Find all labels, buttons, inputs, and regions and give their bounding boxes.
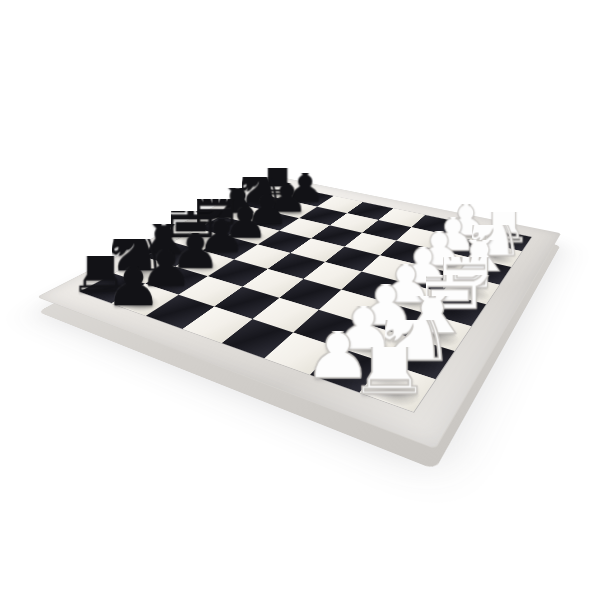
chess-board: ♜♟♟♜♞♟♟♞♝♟♟♝♛♟♟♛♚♟♟♚♝♟♟♝♞♟♟♞♜♟♟♜ — [37, 176, 561, 449]
piece-ground-shadow — [148, 272, 198, 294]
square-d5 — [290, 238, 344, 262]
piece-ground-shadow — [473, 248, 517, 267]
piece-ground-shadow — [147, 247, 193, 266]
piece-ground-shadow — [205, 241, 250, 259]
piece-ground-shadow — [175, 233, 219, 250]
piece-ground-shadow — [363, 373, 427, 411]
chess-set-photo: ♜♟♟♜♞♟♟♞♝♟♟♝♛♟♟♛♚♟♟♚♝♟♟♝♞♟♟♞♜♟♟♜ — [0, 0, 600, 600]
checkerboard-grid: ♜♟♟♜♞♟♟♞♝♟♟♝♛♟♟♛♚♟♟♚♝♟♟♝♞♟♟♞♜♟♟♜ — [80, 185, 532, 412]
